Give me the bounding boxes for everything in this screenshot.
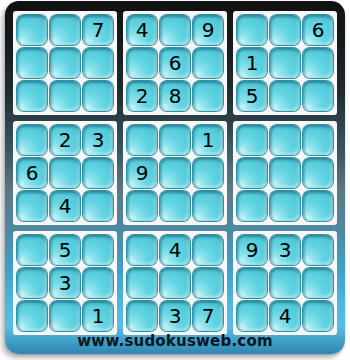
- cell-r3c1[interactable]: [17, 81, 47, 111]
- cell-r6c7[interactable]: [237, 191, 267, 221]
- cell-r7c8[interactable]: 3: [270, 235, 300, 265]
- box-3: 615: [233, 11, 337, 115]
- cell-r8c4[interactable]: [127, 268, 157, 298]
- cell-r7c9[interactable]: [303, 235, 333, 265]
- cell-r4c9[interactable]: [303, 125, 333, 155]
- box-4: 2364: [13, 121, 117, 225]
- cell-r4c1[interactable]: [17, 125, 47, 155]
- cell-r9c7[interactable]: [237, 301, 267, 331]
- cell-r6c3[interactable]: [83, 191, 113, 221]
- cell-r5c4[interactable]: 9: [127, 158, 157, 188]
- cell-r8c5[interactable]: [160, 268, 190, 298]
- cell-r3c6[interactable]: [193, 81, 223, 111]
- given-digit: 3: [169, 306, 182, 326]
- cell-r3c7[interactable]: 5: [237, 81, 267, 111]
- cell-r6c1[interactable]: [17, 191, 47, 221]
- sudoku-grid: 749628615236419531437934: [13, 11, 337, 335]
- cell-r4c8[interactable]: [270, 125, 300, 155]
- given-digit: 3: [92, 130, 105, 150]
- given-digit: 4: [169, 240, 182, 260]
- box-2: 49628: [123, 11, 227, 115]
- cell-r1c6[interactable]: 9: [193, 15, 223, 45]
- box-1: 7: [13, 11, 117, 115]
- cell-r2c7[interactable]: 1: [237, 48, 267, 78]
- cell-r2c3[interactable]: [83, 48, 113, 78]
- cell-r8c7[interactable]: [237, 268, 267, 298]
- cell-r1c8[interactable]: [270, 15, 300, 45]
- given-digit: 9: [202, 20, 215, 40]
- cell-r3c8[interactable]: [270, 81, 300, 111]
- cell-r5c9[interactable]: [303, 158, 333, 188]
- cell-r1c1[interactable]: [17, 15, 47, 45]
- box-7: 531: [13, 231, 117, 335]
- sudoku-board: 749628615236419531437934 www.sudokusweb.…: [5, 1, 345, 354]
- given-digit: 1: [246, 53, 259, 73]
- cell-r6c6[interactable]: [193, 191, 223, 221]
- cell-r9c3[interactable]: 1: [83, 301, 113, 331]
- cell-r5c5[interactable]: [160, 158, 190, 188]
- given-digit: 4: [136, 20, 149, 40]
- box-5: 19: [123, 121, 227, 225]
- given-digit: 6: [312, 20, 325, 40]
- cell-r8c6[interactable]: [193, 268, 223, 298]
- given-digit: 9: [136, 163, 149, 183]
- cell-r7c3[interactable]: [83, 235, 113, 265]
- cell-r9c5[interactable]: 3: [160, 301, 190, 331]
- cell-r5c7[interactable]: [237, 158, 267, 188]
- cell-r6c4[interactable]: [127, 191, 157, 221]
- given-digit: 3: [279, 240, 292, 260]
- given-digit: 7: [202, 306, 215, 326]
- box-9: 934: [233, 231, 337, 335]
- cell-r6c8[interactable]: [270, 191, 300, 221]
- cell-r4c5[interactable]: [160, 125, 190, 155]
- cell-r3c4[interactable]: 2: [127, 81, 157, 111]
- given-digit: 4: [59, 196, 72, 216]
- cell-r9c8[interactable]: 4: [270, 301, 300, 331]
- cell-r6c9[interactable]: [303, 191, 333, 221]
- cell-r3c3[interactable]: [83, 81, 113, 111]
- footer-bar: www.sudokusweb.com: [5, 332, 345, 350]
- given-digit: 6: [169, 53, 182, 73]
- given-digit: 7: [92, 20, 105, 40]
- cell-r2c6[interactable]: [193, 48, 223, 78]
- cell-r2c1[interactable]: [17, 48, 47, 78]
- cell-r5c1[interactable]: 6: [17, 158, 47, 188]
- cell-r4c3[interactable]: 3: [83, 125, 113, 155]
- cell-r2c9[interactable]: [303, 48, 333, 78]
- given-digit: 1: [202, 130, 215, 150]
- cell-r1c9[interactable]: 6: [303, 15, 333, 45]
- cell-r8c1[interactable]: [17, 268, 47, 298]
- cell-r8c8[interactable]: [270, 268, 300, 298]
- cell-r7c5[interactable]: 4: [160, 235, 190, 265]
- cell-r2c8[interactable]: [270, 48, 300, 78]
- cell-r7c6[interactable]: [193, 235, 223, 265]
- cell-r7c7[interactable]: 9: [237, 235, 267, 265]
- given-digit: 1: [92, 306, 105, 326]
- cell-r4c2[interactable]: 2: [50, 125, 80, 155]
- given-digit: 8: [169, 86, 182, 106]
- cell-r2c2[interactable]: [50, 48, 80, 78]
- cell-r4c4[interactable]: [127, 125, 157, 155]
- cell-r5c2[interactable]: [50, 158, 80, 188]
- given-digit: 4: [279, 306, 292, 326]
- cell-r7c1[interactable]: [17, 235, 47, 265]
- cell-r1c2[interactable]: [50, 15, 80, 45]
- cell-r9c6[interactable]: 7: [193, 301, 223, 331]
- cell-r5c3[interactable]: [83, 158, 113, 188]
- given-digit: 9: [246, 240, 259, 260]
- cell-r7c2[interactable]: 5: [50, 235, 80, 265]
- cell-r1c7[interactable]: [237, 15, 267, 45]
- cell-r5c8[interactable]: [270, 158, 300, 188]
- cell-r7c4[interactable]: [127, 235, 157, 265]
- cell-r1c4[interactable]: 4: [127, 15, 157, 45]
- cell-r1c5[interactable]: [160, 15, 190, 45]
- cell-r9c1[interactable]: [17, 301, 47, 331]
- cell-r8c9[interactable]: [303, 268, 333, 298]
- box-8: 437: [123, 231, 227, 335]
- given-digit: 5: [246, 86, 259, 106]
- cell-r1c3[interactable]: 7: [83, 15, 113, 45]
- given-digit: 2: [59, 130, 72, 150]
- cell-r6c5[interactable]: [160, 191, 190, 221]
- cell-r6c2[interactable]: 4: [50, 191, 80, 221]
- cell-r9c9[interactable]: [303, 301, 333, 331]
- cell-r5c6[interactable]: [193, 158, 223, 188]
- given-digit: 2: [136, 86, 149, 106]
- given-digit: 6: [26, 163, 39, 183]
- sudoku-page: 749628615236419531437934 www.sudokusweb.…: [0, 0, 350, 360]
- cell-r8c3[interactable]: [83, 268, 113, 298]
- cell-r9c4[interactable]: [127, 301, 157, 331]
- given-digit: 3: [59, 273, 72, 293]
- cell-r4c6[interactable]: 1: [193, 125, 223, 155]
- cell-r3c5[interactable]: 8: [160, 81, 190, 111]
- cell-r3c9[interactable]: [303, 81, 333, 111]
- cell-r4c7[interactable]: [237, 125, 267, 155]
- box-6: [233, 121, 337, 225]
- cell-r2c4[interactable]: [127, 48, 157, 78]
- cell-r8c2[interactable]: 3: [50, 268, 80, 298]
- site-url[interactable]: www.sudokusweb.com: [77, 332, 272, 350]
- given-digit: 5: [59, 240, 72, 260]
- cell-r3c2[interactable]: [50, 81, 80, 111]
- cell-r9c2[interactable]: [50, 301, 80, 331]
- cell-r2c5[interactable]: 6: [160, 48, 190, 78]
